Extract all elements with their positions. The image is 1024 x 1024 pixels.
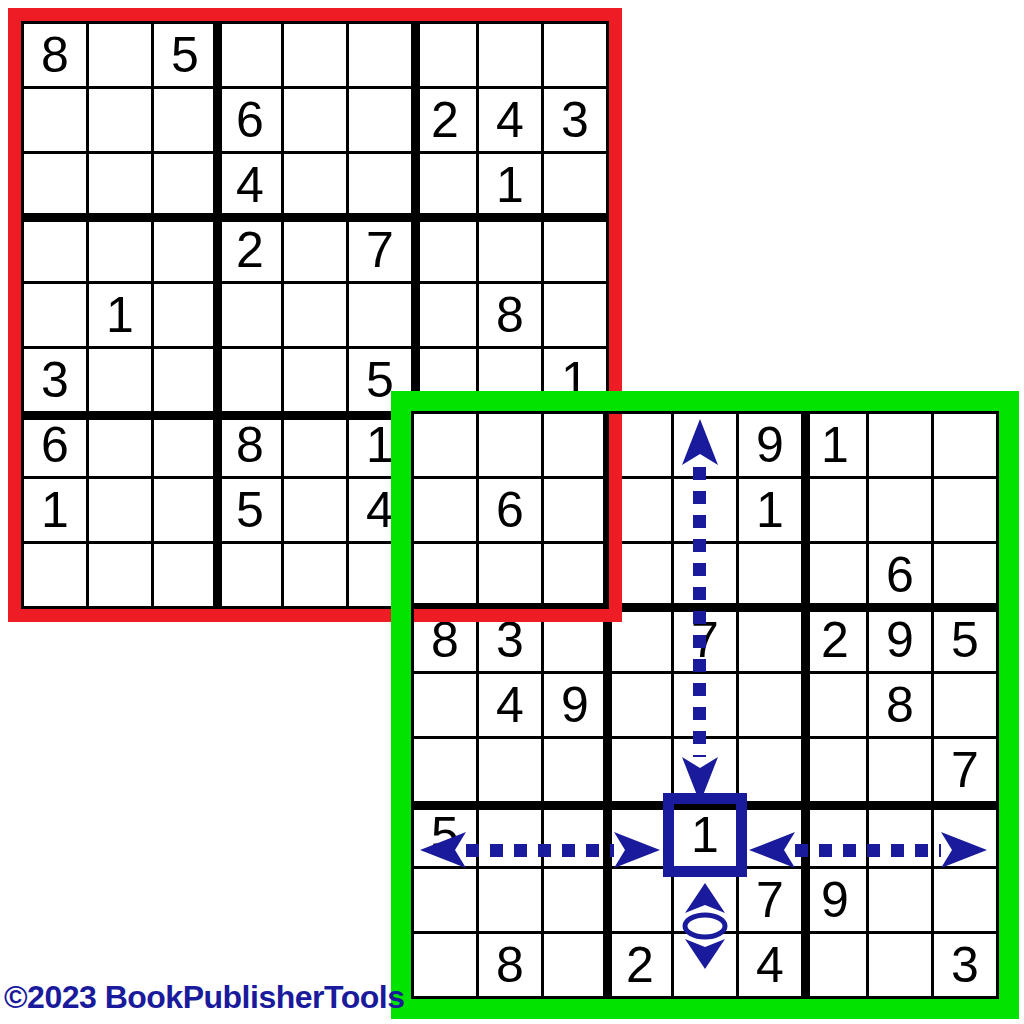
- red-cell-r1c3: 5: [154, 24, 216, 86]
- highlighted-cell-box: [663, 793, 747, 877]
- arrow-right-icon: [614, 832, 660, 868]
- green-cell-r5c3: 9: [544, 674, 606, 736]
- green-cell-r4c9: 5: [934, 609, 996, 671]
- dashed-line-left: [466, 844, 614, 857]
- green-cell-r1c1[interactable]: [414, 414, 476, 476]
- red-cell-r4c9[interactable]: [544, 219, 606, 281]
- red-cell-r1c4[interactable]: [219, 24, 281, 86]
- green-cell-r1c2[interactable]: [479, 414, 541, 476]
- green-cell-r6c1[interactable]: [414, 739, 476, 801]
- red-cell-r8c3[interactable]: [154, 479, 216, 541]
- puzzle-page: 8562434127183516811546 91616837295498751…: [0, 0, 1024, 1024]
- red-cell-r7c2[interactable]: [89, 414, 151, 476]
- arrow-right-icon: [941, 832, 987, 868]
- arrow-left-icon: [420, 832, 466, 868]
- red-cell-r5c8: 8: [479, 284, 541, 346]
- red-cell-r8c5[interactable]: [284, 479, 346, 541]
- red-cell-r4c3[interactable]: [154, 219, 216, 281]
- green-cell-r1c9[interactable]: [934, 414, 996, 476]
- red-border-overlay-right: [609, 414, 622, 622]
- green-cell-r8c7: 9: [804, 869, 866, 931]
- green-cell-r2c2: 6: [479, 479, 541, 541]
- green-cell-r5c8: 8: [869, 674, 931, 736]
- green-cell-r2c3[interactable]: [544, 479, 606, 541]
- red-cell-r3c5[interactable]: [284, 154, 346, 216]
- green-cell-r6c4[interactable]: [609, 739, 671, 801]
- red-cell-r4c8[interactable]: [479, 219, 541, 281]
- red-cell-r1c2[interactable]: [89, 24, 151, 86]
- green-cell-r3c1[interactable]: [414, 544, 476, 606]
- red-cell-r6c1: 3: [24, 349, 86, 411]
- red-cell-r4c1[interactable]: [24, 219, 86, 281]
- red-cell-r6c2[interactable]: [89, 349, 151, 411]
- red-cell-r5c9[interactable]: [544, 284, 606, 346]
- red-cell-r2c6[interactable]: [349, 89, 411, 151]
- red-cell-r5c4[interactable]: [219, 284, 281, 346]
- green-cell-r3c2[interactable]: [479, 544, 541, 606]
- red-cell-r3c4: 4: [219, 154, 281, 216]
- red-cell-r9c1[interactable]: [24, 544, 86, 606]
- green-cell-r8c9[interactable]: [934, 869, 996, 931]
- red-cell-r7c1: 6: [24, 414, 86, 476]
- red-cell-r9c2[interactable]: [89, 544, 151, 606]
- dashed-line-right: [795, 844, 941, 857]
- green-cell-r9c2: 8: [479, 934, 541, 996]
- green-cell-r3c8: 6: [869, 544, 931, 606]
- green-cell-r5c9[interactable]: [934, 674, 996, 736]
- red-cell-r8c1: 1: [24, 479, 86, 541]
- red-cell-r5c3[interactable]: [154, 284, 216, 346]
- green-cell-r9c4: 2: [609, 934, 671, 996]
- red-cell-r2c9: 3: [544, 89, 606, 151]
- green-cell-r4c7: 2: [804, 609, 866, 671]
- green-cell-r6c7[interactable]: [804, 739, 866, 801]
- green-cell-r2c8[interactable]: [869, 479, 931, 541]
- green-cell-r8c2[interactable]: [479, 869, 541, 931]
- green-cell-r9c6: 4: [739, 934, 801, 996]
- green-cell-r9c9: 3: [934, 934, 996, 996]
- red-cell-r5c1[interactable]: [24, 284, 86, 346]
- green-cell-r6c9: 7: [934, 739, 996, 801]
- green-cell-r4c6[interactable]: [739, 609, 801, 671]
- red-cell-r4c7[interactable]: [414, 219, 476, 281]
- red-cell-r7c5[interactable]: [284, 414, 346, 476]
- green-cell-r4c8: 9: [869, 609, 931, 671]
- red-cell-r1c5[interactable]: [284, 24, 346, 86]
- red-cell-r2c5[interactable]: [284, 89, 346, 151]
- red-cell-r3c3[interactable]: [154, 154, 216, 216]
- green-cell-r3c7[interactable]: [804, 544, 866, 606]
- red-cell-r5c7[interactable]: [414, 284, 476, 346]
- red-cell-r4c5[interactable]: [284, 219, 346, 281]
- red-cell-r4c6: 7: [349, 219, 411, 281]
- green-cell-r1c7: 1: [804, 414, 866, 476]
- red-cell-r1c1: 8: [24, 24, 86, 86]
- red-cell-r6c5[interactable]: [284, 349, 346, 411]
- red-cell-r2c4: 6: [219, 89, 281, 151]
- green-cell-r9c8[interactable]: [869, 934, 931, 996]
- red-cell-r8c2[interactable]: [89, 479, 151, 541]
- red-cell-r1c7[interactable]: [414, 24, 476, 86]
- red-cell-r4c2[interactable]: [89, 219, 151, 281]
- green-cell-r6c8[interactable]: [869, 739, 931, 801]
- arrow-left-icon: [749, 832, 795, 868]
- green-cell-r5c1[interactable]: [414, 674, 476, 736]
- green-cell-r3c9[interactable]: [934, 544, 996, 606]
- red-cell-r3c2[interactable]: [89, 154, 151, 216]
- red-cell-r9c4[interactable]: [219, 544, 281, 606]
- red-cell-r5c6[interactable]: [349, 284, 411, 346]
- dashed-line-vertical: [693, 467, 706, 757]
- green-cell-r9c3[interactable]: [544, 934, 606, 996]
- green-cell-r5c6[interactable]: [739, 674, 801, 736]
- double-arrow-oval-icon: [682, 881, 728, 971]
- green-cell-r3c6[interactable]: [739, 544, 801, 606]
- red-cell-r7c3[interactable]: [154, 414, 216, 476]
- green-cell-r5c2: 4: [479, 674, 541, 736]
- red-cell-r3c6[interactable]: [349, 154, 411, 216]
- red-cell-r3c9[interactable]: [544, 154, 606, 216]
- red-cell-r3c7[interactable]: [414, 154, 476, 216]
- red-cell-r2c3[interactable]: [154, 89, 216, 151]
- red-cell-r6c4[interactable]: [219, 349, 281, 411]
- green-cell-r8c3[interactable]: [544, 869, 606, 931]
- red-cell-r3c8: 1: [479, 154, 541, 216]
- green-cell-r9c1[interactable]: [414, 934, 476, 996]
- green-cell-r8c4[interactable]: [609, 869, 671, 931]
- green-cell-r8c8[interactable]: [869, 869, 931, 931]
- red-cell-r8c4: 5: [219, 479, 281, 541]
- green-cell-r9c7[interactable]: [804, 934, 866, 996]
- green-cell-r8c1[interactable]: [414, 869, 476, 931]
- red-cell-r4c4: 2: [219, 219, 281, 281]
- green-cell-r1c8[interactable]: [869, 414, 931, 476]
- red-cell-r3c1[interactable]: [24, 154, 86, 216]
- green-cell-r6c3[interactable]: [544, 739, 606, 801]
- green-cell-r6c6[interactable]: [739, 739, 801, 801]
- red-cell-r5c5[interactable]: [284, 284, 346, 346]
- copyright-text: ©2023 BookPublisherTools: [4, 980, 404, 1014]
- arrow-up-icon: [682, 419, 718, 465]
- red-cell-r9c5[interactable]: [284, 544, 346, 606]
- red-cell-r1c6[interactable]: [349, 24, 411, 86]
- green-cell-r1c6: 9: [739, 414, 801, 476]
- red-cell-r1c9[interactable]: [544, 24, 606, 86]
- green-cell-r2c1[interactable]: [414, 479, 476, 541]
- green-cell-r2c9[interactable]: [934, 479, 996, 541]
- green-cell-r1c3[interactable]: [544, 414, 606, 476]
- green-cell-r2c6: 1: [739, 479, 801, 541]
- green-cell-r5c4[interactable]: [609, 674, 671, 736]
- red-cell-r9c3[interactable]: [154, 544, 216, 606]
- red-cell-r2c7: 2: [414, 89, 476, 151]
- red-cell-r2c1[interactable]: [24, 89, 86, 151]
- red-cell-r5c2: 1: [89, 284, 151, 346]
- red-cell-r2c8: 4: [479, 89, 541, 151]
- red-cell-r2c2[interactable]: [89, 89, 151, 151]
- red-cell-r1c8[interactable]: [479, 24, 541, 86]
- green-cell-r3c3[interactable]: [544, 544, 606, 606]
- green-cell-r2c7[interactable]: [804, 479, 866, 541]
- red-border-overlay-bottom: [414, 609, 622, 622]
- red-cell-r7c4: 8: [219, 414, 281, 476]
- green-cell-r6c2[interactable]: [479, 739, 541, 801]
- green-cell-r5c7[interactable]: [804, 674, 866, 736]
- green-cell-r8c6: 7: [739, 869, 801, 931]
- red-cell-r6c3[interactable]: [154, 349, 216, 411]
